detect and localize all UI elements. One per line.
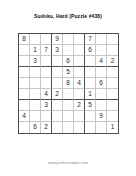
sudoku-cell-empty bbox=[41, 34, 52, 45]
sudoku-cell-empty bbox=[19, 100, 30, 111]
sudoku-cell-empty bbox=[74, 34, 85, 45]
sudoku-cell-given: 8 bbox=[63, 78, 74, 89]
sudoku-cell-empty bbox=[30, 67, 41, 78]
sudoku-cell-empty bbox=[63, 111, 74, 122]
sudoku-cell-given: 5 bbox=[85, 100, 96, 111]
sudoku-cell-empty bbox=[30, 111, 41, 122]
sudoku-cell-given: 3 bbox=[30, 56, 41, 67]
sudoku-cell-empty bbox=[85, 122, 96, 133]
sudoku-cell-given: 8 bbox=[19, 34, 30, 45]
sudoku-cell-empty bbox=[19, 45, 30, 56]
sudoku-cell-given: 6 bbox=[63, 56, 74, 67]
sudoku-cell-given: 6 bbox=[85, 45, 96, 56]
sudoku-cell-empty bbox=[52, 78, 63, 89]
sudoku-cell-empty bbox=[19, 67, 30, 78]
sudoku-cell-given: 9 bbox=[96, 111, 107, 122]
sudoku-cell-empty bbox=[107, 100, 118, 111]
sudoku-cell-empty bbox=[52, 111, 63, 122]
sudoku-cell-empty bbox=[96, 67, 107, 78]
sudoku-cell-empty bbox=[30, 34, 41, 45]
sudoku-cell-given: 7 bbox=[41, 45, 52, 56]
sudoku-cell-empty bbox=[96, 100, 107, 111]
sudoku-cell-empty bbox=[19, 78, 30, 89]
sudoku-cell-empty bbox=[107, 78, 118, 89]
sudoku-cell-given: 2 bbox=[74, 100, 85, 111]
sudoku-cell-empty bbox=[63, 100, 74, 111]
sudoku-cell-given: 1 bbox=[107, 122, 118, 133]
sudoku-cell-empty bbox=[52, 122, 63, 133]
sudoku-cell-empty bbox=[30, 100, 41, 111]
sudoku-cell-empty bbox=[107, 67, 118, 78]
sudoku-cell-empty bbox=[52, 56, 63, 67]
sudoku-cell-empty bbox=[96, 34, 107, 45]
sudoku-cell-empty bbox=[107, 89, 118, 100]
sudoku-cell-empty bbox=[30, 78, 41, 89]
sudoku-cell-given: 6 bbox=[30, 122, 41, 133]
sudoku-cell-empty bbox=[41, 56, 52, 67]
sudoku-cell-empty bbox=[74, 56, 85, 67]
sudoku-cell-empty bbox=[96, 89, 107, 100]
sudoku-cell-empty bbox=[41, 111, 52, 122]
sudoku-cell-empty bbox=[52, 67, 63, 78]
sudoku-cell-given: 5 bbox=[63, 67, 74, 78]
sudoku-cell-empty bbox=[107, 111, 118, 122]
sudoku-cell-empty bbox=[41, 78, 52, 89]
sudoku-cell-empty bbox=[85, 111, 96, 122]
sudoku-cell-given: 7 bbox=[85, 34, 96, 45]
sudoku-cell-given: 4 bbox=[96, 56, 107, 67]
sudoku-cell-empty bbox=[74, 111, 85, 122]
sudoku-cell-empty bbox=[96, 45, 107, 56]
footer-url: www.printfreesudoku.com bbox=[0, 161, 136, 165]
sudoku-cell-empty bbox=[74, 122, 85, 133]
sudoku-cell-empty bbox=[85, 78, 96, 89]
sudoku-cell-empty bbox=[52, 100, 63, 111]
sudoku-cell-empty bbox=[107, 34, 118, 45]
sudoku-cell-given: 3 bbox=[52, 45, 63, 56]
sudoku-cell-empty bbox=[96, 122, 107, 133]
sudoku-cell-empty bbox=[63, 122, 74, 133]
sudoku-cell-empty bbox=[19, 89, 30, 100]
sudoku-cell-empty bbox=[85, 67, 96, 78]
sudoku-cell-given: 9 bbox=[52, 34, 63, 45]
sudoku-cell-given: 6 bbox=[96, 78, 107, 89]
sudoku-cell-empty bbox=[41, 67, 52, 78]
sudoku-cell-given: 2 bbox=[41, 122, 52, 133]
sudoku-cell-empty bbox=[63, 45, 74, 56]
puzzle-title: Sudoku, Hard (Puzzle #438) bbox=[0, 13, 136, 19]
sudoku-cell-empty bbox=[30, 89, 41, 100]
sudoku-cell-empty bbox=[85, 56, 96, 67]
sudoku-cell-given: 1 bbox=[30, 45, 41, 56]
sudoku-cell-given: 4 bbox=[74, 78, 85, 89]
sudoku-cell-given: 1 bbox=[85, 89, 96, 100]
sudoku-cell-given: 2 bbox=[52, 89, 63, 100]
sudoku-cell-given: 2 bbox=[107, 56, 118, 67]
sudoku-cell-given: 4 bbox=[41, 89, 52, 100]
sudoku-grid: 89717363642584642132549621 bbox=[18, 33, 119, 134]
sudoku-cell-empty bbox=[63, 89, 74, 100]
sudoku-cell-empty bbox=[74, 45, 85, 56]
sudoku-cell-empty bbox=[107, 45, 118, 56]
sudoku-cell-empty bbox=[74, 89, 85, 100]
sudoku-cell-empty bbox=[74, 67, 85, 78]
sudoku-cell-empty bbox=[19, 56, 30, 67]
sudoku-cell-given: 3 bbox=[41, 100, 52, 111]
sudoku-cell-given: 4 bbox=[19, 111, 30, 122]
sudoku-cell-empty bbox=[63, 34, 74, 45]
sudoku-cell-empty bbox=[19, 122, 30, 133]
